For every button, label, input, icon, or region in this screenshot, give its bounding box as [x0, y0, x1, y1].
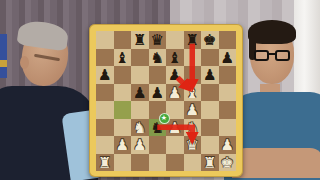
black-bishop-b7: ♝	[116, 50, 129, 65]
square-a3	[96, 119, 114, 137]
square-f5: ♝	[184, 84, 202, 102]
square-e2	[166, 136, 184, 154]
white-knight-f3: ♞	[186, 120, 199, 135]
square-f1	[184, 154, 202, 172]
best-move-star-badge: ★	[159, 113, 170, 124]
black-bishop-e7: ♝	[168, 50, 181, 65]
square-g5	[201, 84, 219, 102]
black-queen-d8: ♛	[151, 33, 164, 48]
square-e6: ♟	[166, 66, 184, 84]
black-knight-d7: ♞	[151, 50, 164, 65]
black-pawn-a6: ♟	[98, 68, 111, 83]
white-rook-a1: ♜	[98, 155, 111, 170]
square-h4	[219, 101, 237, 119]
player-left-ear	[20, 56, 29, 69]
square-b7: ♝	[114, 49, 132, 67]
square-b3	[114, 119, 132, 137]
glasses-icon	[252, 50, 292, 61]
square-c6	[131, 66, 149, 84]
square-d1	[149, 154, 167, 172]
square-g3	[201, 119, 219, 137]
square-b4	[114, 101, 132, 119]
white-bishop-f5: ♝	[186, 85, 199, 100]
square-c4	[131, 101, 149, 119]
square-d6	[149, 66, 167, 84]
square-c2: ♟	[131, 136, 149, 154]
square-g8: ♚	[201, 31, 219, 49]
square-b6	[114, 66, 132, 84]
square-h5	[219, 84, 237, 102]
square-f8: ♜	[184, 31, 202, 49]
white-pawn-e5: ♟	[168, 85, 181, 100]
white-pawn-c2: ♟	[133, 138, 146, 153]
square-c8: ♜	[131, 31, 149, 49]
square-b2: ♟	[114, 136, 132, 154]
square-a5	[96, 84, 114, 102]
white-queen-f2: ♛	[186, 138, 199, 153]
square-h8	[219, 31, 237, 49]
square-g7	[201, 49, 219, 67]
glasses-left-lens	[254, 50, 269, 61]
glasses-right-lens	[275, 50, 290, 61]
white-pawn-b2: ♟	[116, 138, 129, 153]
square-c1	[131, 154, 149, 172]
square-e5: ♟	[166, 84, 184, 102]
black-king-g8: ♚	[203, 33, 216, 48]
square-c7	[131, 49, 149, 67]
square-d7: ♞	[149, 49, 167, 67]
square-h6	[219, 66, 237, 84]
square-f6	[184, 66, 202, 84]
black-pawn-d5: ♟	[151, 85, 164, 100]
board-frame: ♜♛♜♚♝♞♝♟♟♟♟♟♟♟♝♟♞♞♟♞♟♟♛♟♜♜♚ ★	[89, 24, 243, 177]
glasses-bridge	[268, 53, 276, 55]
square-b8	[114, 31, 132, 49]
square-a1: ♜	[96, 154, 114, 172]
black-pawn-h7: ♟	[221, 50, 234, 65]
square-b1	[114, 154, 132, 172]
square-d2	[149, 136, 167, 154]
black-pawn-e6: ♟	[168, 68, 181, 83]
square-e1	[166, 154, 184, 172]
square-h7: ♟	[219, 49, 237, 67]
square-f7	[184, 49, 202, 67]
square-d5: ♟	[149, 84, 167, 102]
chess-board: ♜♛♜♚♝♞♝♟♟♟♟♟♟♟♝♟♞♞♟♞♟♟♛♟♜♜♚	[96, 31, 236, 171]
white-knight-c3: ♞	[133, 120, 146, 135]
square-d8: ♛	[149, 31, 167, 49]
square-h2: ♟	[219, 136, 237, 154]
square-f3: ♞	[184, 119, 202, 137]
flag-edge	[0, 34, 7, 78]
black-pawn-g6: ♟	[203, 68, 216, 83]
player-right-crossed-arms	[232, 148, 320, 178]
square-h1: ♚	[219, 154, 237, 172]
white-pawn-e3: ♟	[168, 120, 181, 135]
square-f4: ♟	[184, 101, 202, 119]
square-b5	[114, 84, 132, 102]
square-a4	[96, 101, 114, 119]
square-a2	[96, 136, 114, 154]
white-pawn-h2: ♟	[221, 138, 234, 153]
square-c5: ♟	[131, 84, 149, 102]
white-rook-g1: ♜	[203, 155, 216, 170]
square-h3	[219, 119, 237, 137]
black-pawn-c5: ♟	[133, 85, 146, 100]
video-thumbnail[interactable]: ♜♛♜♚♝♞♝♟♟♟♟♟♟♟♝♟♞♞♟♞♟♟♛♟♜♜♚ ★	[0, 0, 320, 180]
square-e8	[166, 31, 184, 49]
square-g4	[201, 101, 219, 119]
square-a8	[96, 31, 114, 49]
square-e7: ♝	[166, 49, 184, 67]
square-g6: ♟	[201, 66, 219, 84]
square-g1: ♜	[201, 154, 219, 172]
white-king-h1: ♚	[221, 155, 234, 170]
square-a7	[96, 49, 114, 67]
black-rook-f8: ♜	[186, 33, 199, 48]
square-g2	[201, 136, 219, 154]
square-a6: ♟	[96, 66, 114, 84]
square-f2: ♛	[184, 136, 202, 154]
black-rook-c8: ♜	[133, 33, 146, 48]
square-c3: ♞	[131, 119, 149, 137]
white-pawn-f4: ♟	[186, 103, 199, 118]
